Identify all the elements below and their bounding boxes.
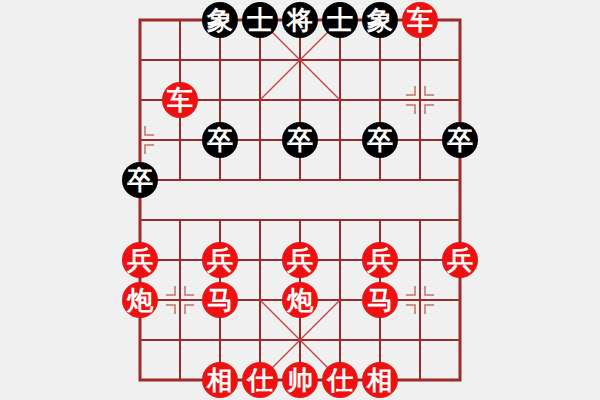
black-soldier-c6[interactable]: 卒: [202, 122, 238, 158]
xiangqi-app: 象士将士象车车卒卒卒卒卒兵兵兵兵兵炮马炮马相仕帅仕相: [0, 0, 600, 400]
red-cannon-e2[interactable]: 炮: [282, 282, 318, 318]
xiangqi-board[interactable]: 象士将士象车车卒卒卒卒卒兵兵兵兵兵炮马炮马相仕帅仕相: [120, 0, 480, 400]
black-elephant-c9[interactable]: 象: [202, 2, 238, 38]
black-elephant-g9[interactable]: 象: [362, 2, 398, 38]
black-advisor-f9[interactable]: 士: [322, 2, 358, 38]
black-soldier-a5[interactable]: 卒: [122, 162, 158, 198]
black-advisor-d9[interactable]: 士: [242, 2, 278, 38]
red-horse-c2[interactable]: 马: [202, 282, 238, 318]
red-soldier-i3[interactable]: 兵: [442, 242, 478, 278]
red-cannon-a2[interactable]: 炮: [122, 282, 158, 318]
red-general-e0[interactable]: 帅: [282, 362, 318, 398]
black-soldier-e6[interactable]: 卒: [282, 122, 318, 158]
red-horse-g2[interactable]: 马: [362, 282, 398, 318]
red-soldier-g3[interactable]: 兵: [362, 242, 398, 278]
red-advisor-d0[interactable]: 仕: [242, 362, 278, 398]
red-chariot-h9[interactable]: 车: [402, 2, 438, 38]
red-soldier-e3[interactable]: 兵: [282, 242, 318, 278]
piece-layer: 象士将士象车车卒卒卒卒卒兵兵兵兵兵炮马炮马相仕帅仕相: [120, 0, 480, 400]
red-advisor-f0[interactable]: 仕: [322, 362, 358, 398]
black-soldier-i6[interactable]: 卒: [442, 122, 478, 158]
black-soldier-g6[interactable]: 卒: [362, 122, 398, 158]
red-soldier-c3[interactable]: 兵: [202, 242, 238, 278]
black-general-e9[interactable]: 将: [282, 2, 318, 38]
red-soldier-a3[interactable]: 兵: [122, 242, 158, 278]
red-elephant-c0[interactable]: 相: [202, 362, 238, 398]
red-elephant-g0[interactable]: 相: [362, 362, 398, 398]
red-chariot-b7[interactable]: 车: [162, 82, 198, 118]
